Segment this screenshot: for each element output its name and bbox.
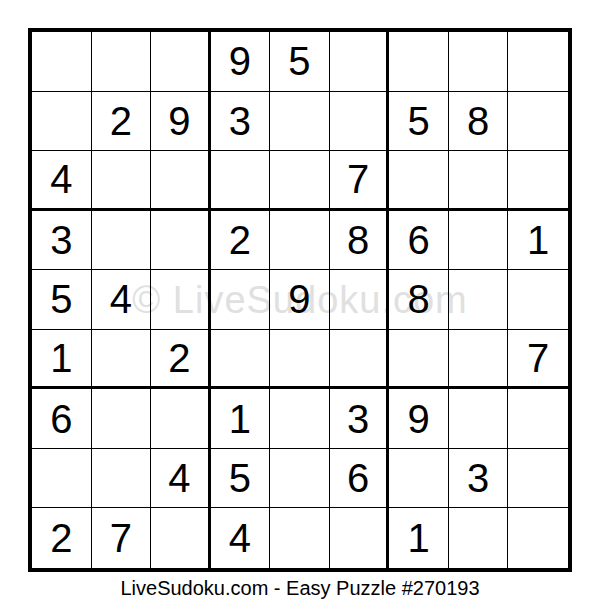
cell-r9c2[interactable]: 7	[92, 508, 152, 568]
cell-r2c9[interactable]	[508, 92, 568, 152]
cell-r6c9[interactable]: 7	[508, 330, 568, 390]
cell-r7c2[interactable]	[92, 389, 152, 449]
cell-r6c8[interactable]	[449, 330, 509, 390]
cell-r5c4[interactable]	[211, 270, 271, 330]
cell-r4c1[interactable]: 3	[32, 211, 92, 271]
cell-r7c7[interactable]: 9	[389, 389, 449, 449]
cell-r4c6[interactable]: 8	[330, 211, 390, 271]
cell-r5c1[interactable]: 5	[32, 270, 92, 330]
cell-r2c2[interactable]: 2	[92, 92, 152, 152]
cell-r3c4[interactable]	[211, 151, 271, 211]
cell-r8c7[interactable]	[389, 449, 449, 509]
cell-r9c9[interactable]	[508, 508, 568, 568]
cell-r9c3[interactable]	[151, 508, 211, 568]
cell-r9c6[interactable]	[330, 508, 390, 568]
cell-r4c9[interactable]: 1	[508, 211, 568, 271]
cell-r3c3[interactable]	[151, 151, 211, 211]
cell-r1c3[interactable]	[151, 32, 211, 92]
cell-r1c9[interactable]	[508, 32, 568, 92]
cell-r1c2[interactable]	[92, 32, 152, 92]
cell-r2c1[interactable]	[32, 92, 92, 152]
cell-r8c2[interactable]	[92, 449, 152, 509]
cell-r3c2[interactable]	[92, 151, 152, 211]
cell-r3c1[interactable]: 4	[32, 151, 92, 211]
cell-r3c9[interactable]	[508, 151, 568, 211]
cell-r1c4[interactable]: 9	[211, 32, 271, 92]
cell-r3c8[interactable]	[449, 151, 509, 211]
cell-r7c1[interactable]: 6	[32, 389, 92, 449]
cell-r2c4[interactable]: 3	[211, 92, 271, 152]
cell-r5c3[interactable]	[151, 270, 211, 330]
cell-r5c9[interactable]	[508, 270, 568, 330]
cell-r7c4[interactable]: 1	[211, 389, 271, 449]
cell-r7c5[interactable]	[270, 389, 330, 449]
cell-r1c1[interactable]	[32, 32, 92, 92]
cell-r9c5[interactable]	[270, 508, 330, 568]
cell-r1c7[interactable]	[389, 32, 449, 92]
cell-r8c9[interactable]	[508, 449, 568, 509]
cell-r8c4[interactable]: 5	[211, 449, 271, 509]
cell-r2c8[interactable]: 8	[449, 92, 509, 152]
cell-r8c8[interactable]: 3	[449, 449, 509, 509]
cell-r4c3[interactable]	[151, 211, 211, 271]
cell-r1c5[interactable]: 5	[270, 32, 330, 92]
cell-r1c8[interactable]	[449, 32, 509, 92]
cell-r6c4[interactable]	[211, 330, 271, 390]
cell-r9c8[interactable]	[449, 508, 509, 568]
cell-r4c2[interactable]	[92, 211, 152, 271]
puzzle-caption: LiveSudoku.com - Easy Puzzle #270193	[0, 577, 600, 600]
cell-r2c5[interactable]	[270, 92, 330, 152]
cell-r6c5[interactable]	[270, 330, 330, 390]
cell-r6c2[interactable]	[92, 330, 152, 390]
cell-r8c5[interactable]	[270, 449, 330, 509]
sudoku-board: © LiveSudoku.com 95293584732861549812761…	[28, 28, 572, 572]
cell-r4c5[interactable]	[270, 211, 330, 271]
sudoku-grid: 952935847328615498127613945632741	[32, 32, 568, 568]
cell-r5c2[interactable]: 4	[92, 270, 152, 330]
cell-r2c7[interactable]: 5	[389, 92, 449, 152]
cell-r7c6[interactable]: 3	[330, 389, 390, 449]
cell-r6c3[interactable]: 2	[151, 330, 211, 390]
cell-r7c8[interactable]	[449, 389, 509, 449]
cell-r8c1[interactable]	[32, 449, 92, 509]
cell-r3c6[interactable]: 7	[330, 151, 390, 211]
cell-r9c1[interactable]: 2	[32, 508, 92, 568]
cell-r4c4[interactable]: 2	[211, 211, 271, 271]
cell-r7c9[interactable]	[508, 389, 568, 449]
cell-r1c6[interactable]	[330, 32, 390, 92]
cell-r2c6[interactable]	[330, 92, 390, 152]
cell-r9c7[interactable]: 1	[389, 508, 449, 568]
cell-r6c1[interactable]: 1	[32, 330, 92, 390]
cell-r2c3[interactable]: 9	[151, 92, 211, 152]
cell-r5c7[interactable]: 8	[389, 270, 449, 330]
cell-r5c8[interactable]	[449, 270, 509, 330]
cell-r5c5[interactable]: 9	[270, 270, 330, 330]
cell-r6c7[interactable]	[389, 330, 449, 390]
cell-r6c6[interactable]	[330, 330, 390, 390]
cell-r5c6[interactable]	[330, 270, 390, 330]
cell-r3c7[interactable]	[389, 151, 449, 211]
cell-r7c3[interactable]	[151, 389, 211, 449]
cell-r8c3[interactable]: 4	[151, 449, 211, 509]
cell-r4c7[interactable]: 6	[389, 211, 449, 271]
cell-r4c8[interactable]	[449, 211, 509, 271]
sudoku-page: © LiveSudoku.com 95293584732861549812761…	[0, 0, 600, 615]
cell-r3c5[interactable]	[270, 151, 330, 211]
cell-r8c6[interactable]: 6	[330, 449, 390, 509]
cell-r9c4[interactable]: 4	[211, 508, 271, 568]
